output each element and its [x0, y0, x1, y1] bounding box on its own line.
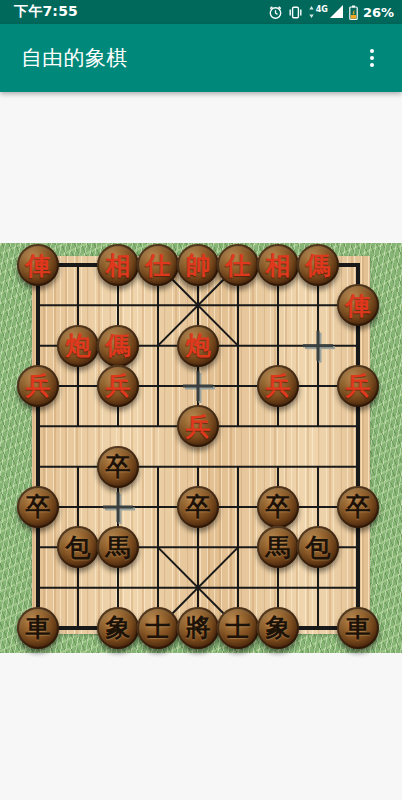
piece-glyph: 兵 [186, 414, 211, 439]
phone-screen: 下午7:55 4G [0, 0, 402, 800]
piece-red-general[interactable]: 帥 [177, 244, 219, 286]
piece-glyph: 士 [146, 615, 171, 640]
piece-glyph: 兵 [266, 373, 291, 398]
app-bar: 自由的象棋 [0, 24, 402, 92]
piece-glyph: 兵 [26, 373, 51, 398]
game-area: 俥相仕帥仕相傌俥炮傌炮兵兵兵兵兵卒卒卒卒卒包馬馬包車象士將士象車 [0, 243, 402, 653]
piece-glyph: 車 [26, 615, 51, 640]
piece-glyph: 炮 [66, 333, 91, 358]
piece-red-horse[interactable]: 傌 [97, 325, 139, 367]
piece-glyph: 卒 [106, 454, 131, 479]
piece-red-horse[interactable]: 傌 [297, 244, 339, 286]
piece-black-general[interactable]: 將 [177, 607, 219, 649]
status-bar: 下午7:55 4G [0, 0, 402, 24]
piece-glyph: 象 [106, 615, 131, 640]
piece-glyph: 仕 [226, 253, 251, 278]
network-arrows-icon [308, 5, 315, 19]
piece-black-elephant[interactable]: 象 [97, 607, 139, 649]
piece-black-chariot[interactable]: 車 [17, 607, 59, 649]
piece-glyph: 帥 [186, 253, 211, 278]
piece-glyph: 卒 [346, 494, 371, 519]
piece-glyph: 傌 [306, 253, 331, 278]
piece-glyph: 俥 [26, 253, 51, 278]
piece-black-elephant[interactable]: 象 [257, 607, 299, 649]
piece-glyph: 炮 [186, 333, 211, 358]
piece-red-chariot[interactable]: 俥 [17, 244, 59, 286]
piece-black-soldier[interactable]: 卒 [97, 446, 139, 488]
piece-black-chariot[interactable]: 車 [337, 607, 379, 649]
piece-glyph: 將 [186, 615, 211, 640]
piece-glyph: 卒 [26, 494, 51, 519]
overflow-dot-icon [370, 49, 374, 53]
piece-black-soldier[interactable]: 卒 [177, 486, 219, 528]
piece-glyph: 相 [106, 253, 131, 278]
overflow-dot-icon [370, 63, 374, 67]
battery-percent-label: 26% [363, 5, 394, 20]
piece-red-chariot[interactable]: 俥 [337, 284, 379, 326]
piece-glyph: 士 [226, 615, 251, 640]
vibrate-icon [288, 5, 303, 20]
piece-black-advisor[interactable]: 士 [137, 607, 179, 649]
piece-black-advisor[interactable]: 士 [217, 607, 259, 649]
piece-glyph: 馬 [106, 535, 131, 560]
piece-glyph: 包 [306, 535, 331, 560]
piece-red-advisor[interactable]: 仕 [137, 244, 179, 286]
piece-glyph: 傌 [106, 333, 131, 358]
piece-black-soldier[interactable]: 卒 [337, 486, 379, 528]
overflow-dot-icon [370, 56, 374, 60]
signal-icon [329, 5, 344, 19]
piece-red-soldier[interactable]: 兵 [337, 365, 379, 407]
piece-glyph: 包 [66, 535, 91, 560]
battery-icon [349, 5, 358, 20]
piece-glyph: 象 [266, 615, 291, 640]
piece-red-cannon[interactable]: 炮 [57, 325, 99, 367]
piece-red-advisor[interactable]: 仕 [217, 244, 259, 286]
clock-time: 下午7:55 [14, 3, 78, 21]
piece-black-soldier[interactable]: 卒 [17, 486, 59, 528]
piece-red-elephant[interactable]: 相 [97, 244, 139, 286]
piece-black-soldier[interactable]: 卒 [257, 486, 299, 528]
piece-red-soldier[interactable]: 兵 [17, 365, 59, 407]
network-type-label: 4G [316, 6, 328, 14]
piece-glyph: 卒 [186, 494, 211, 519]
piece-red-soldier[interactable]: 兵 [257, 365, 299, 407]
piece-glyph: 馬 [266, 535, 291, 560]
piece-glyph: 兵 [346, 373, 371, 398]
piece-glyph: 兵 [106, 373, 131, 398]
piece-red-cannon[interactable]: 炮 [177, 325, 219, 367]
overflow-menu-button[interactable] [352, 38, 392, 78]
piece-glyph: 相 [266, 253, 291, 278]
piece-red-soldier[interactable]: 兵 [97, 365, 139, 407]
piece-glyph: 卒 [266, 494, 291, 519]
alarm-icon [268, 5, 283, 20]
piece-glyph: 車 [346, 615, 371, 640]
piece-red-elephant[interactable]: 相 [257, 244, 299, 286]
piece-glyph: 俥 [346, 293, 371, 318]
piece-glyph: 仕 [146, 253, 171, 278]
app-title: 自由的象棋 [21, 44, 128, 72]
network-status: 4G [308, 5, 344, 19]
